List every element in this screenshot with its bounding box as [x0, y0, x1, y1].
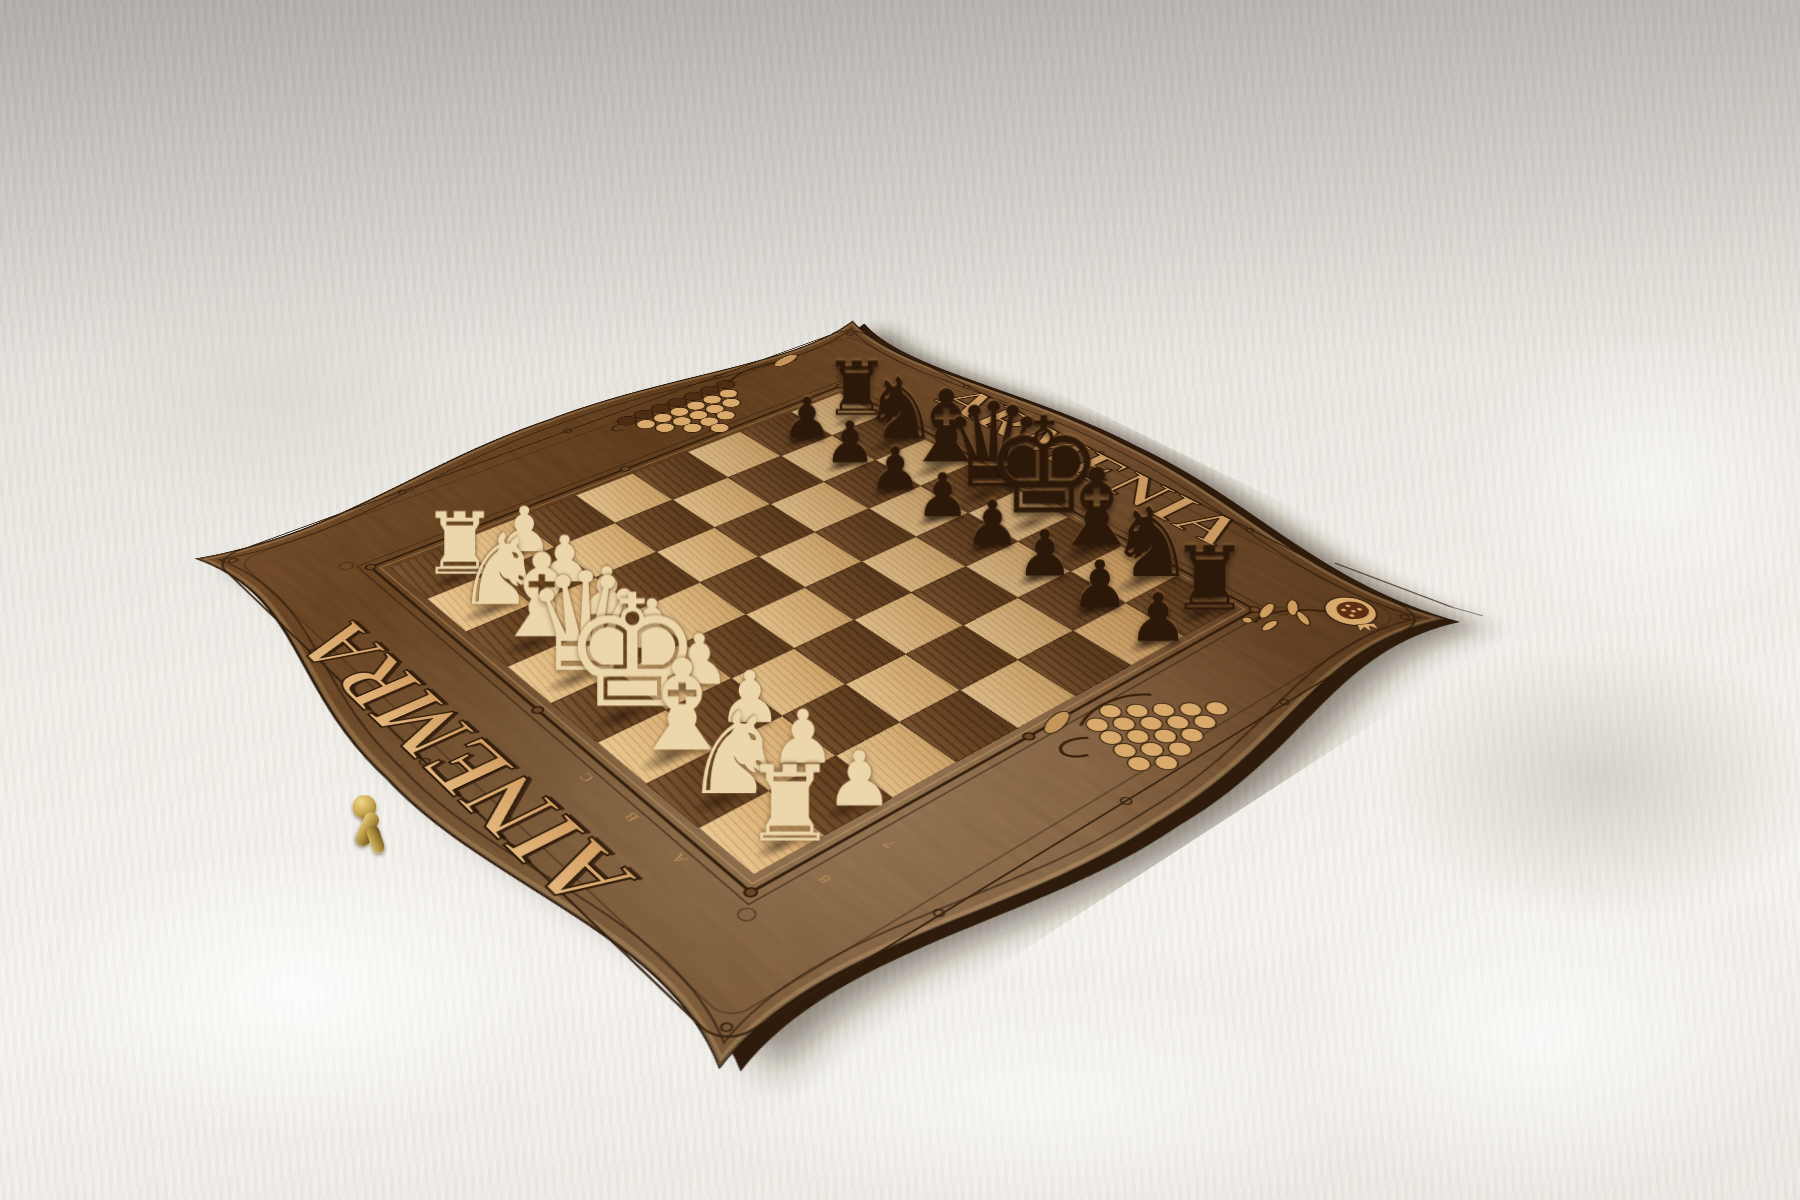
piece-black-pawn[interactable]: ♟ [1074, 587, 1242, 651]
scene: AINEMRA AINEMRA ARMENIA ARMENIA A B C 8 … [0, 0, 1800, 1200]
piece-white-rook[interactable]: ♜ [692, 755, 888, 855]
clasp-hook [365, 824, 386, 855]
chess-set: AINEMRA AINEMRA ARMENIA ARMENIA A B C 8 … [120, 295, 1529, 1158]
